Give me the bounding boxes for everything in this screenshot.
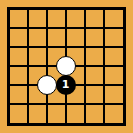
grid-line-horizontal [10, 46, 123, 48]
go-board[interactable]: 1 [0, 0, 133, 133]
grid-line-vertical [103, 10, 105, 123]
stone-black-D3: 1 [56, 75, 76, 95]
stone-white-D4 [56, 56, 76, 76]
grid-line-horizontal [10, 27, 123, 29]
grid-line-vertical [84, 10, 86, 123]
grid-line-horizontal [10, 103, 123, 105]
move-number-label: 1 [62, 79, 70, 90]
stone-white-C3 [37, 75, 57, 95]
grid-line-vertical [46, 10, 48, 123]
